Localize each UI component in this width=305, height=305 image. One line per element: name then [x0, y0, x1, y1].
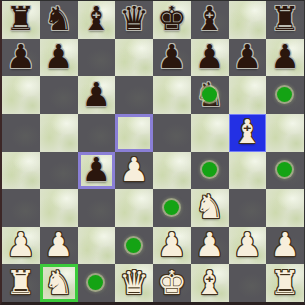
square-c2[interactable]: [78, 227, 116, 265]
square-f1[interactable]: ♝: [191, 264, 229, 302]
square-e3[interactable]: [153, 189, 191, 227]
white-queen[interactable]: ♛: [119, 266, 149, 299]
square-d3[interactable]: [115, 189, 153, 227]
legal-move-dot[interactable]: [126, 238, 141, 253]
square-b7[interactable]: ♟: [40, 39, 78, 77]
square-f4[interactable]: [191, 152, 229, 190]
square-b4[interactable]: [40, 152, 78, 190]
square-h6[interactable]: [266, 76, 304, 114]
white-bishop[interactable]: ♝: [233, 115, 263, 148]
legal-move-dot[interactable]: [277, 162, 292, 177]
square-d1[interactable]: ♛: [115, 264, 153, 302]
square-b8[interactable]: ♞: [40, 1, 78, 39]
square-f8[interactable]: ♝: [191, 1, 229, 39]
legal-move-dot[interactable]: [88, 275, 103, 290]
square-d8[interactable]: ♛: [115, 1, 153, 39]
white-pawn[interactable]: ♟: [157, 228, 187, 261]
black-rook[interactable]: ♜: [6, 2, 36, 35]
square-d4[interactable]: ♟: [115, 152, 153, 190]
square-a4[interactable]: [2, 152, 40, 190]
square-g4[interactable]: [229, 152, 267, 190]
legal-move-dot[interactable]: [277, 87, 292, 102]
square-c5[interactable]: [78, 114, 116, 152]
square-d2[interactable]: [115, 227, 153, 265]
square-e6[interactable]: [153, 76, 191, 114]
square-d5[interactable]: [115, 114, 153, 152]
square-g5[interactable]: ♝: [229, 114, 267, 152]
black-pawn[interactable]: ♟: [157, 40, 187, 73]
black-pawn[interactable]: ♟: [195, 40, 225, 73]
square-e2[interactable]: ♟: [153, 227, 191, 265]
black-king[interactable]: ♚: [157, 2, 187, 35]
black-pawn[interactable]: ♟: [82, 78, 112, 111]
black-bishop[interactable]: ♝: [195, 2, 225, 35]
black-knight[interactable]: ♞: [44, 2, 74, 35]
square-d7[interactable]: [115, 39, 153, 77]
black-pawn[interactable]: ♟: [270, 40, 300, 73]
white-rook[interactable]: ♜: [6, 266, 36, 299]
square-f5[interactable]: [191, 114, 229, 152]
square-f7[interactable]: ♟: [191, 39, 229, 77]
square-e5[interactable]: [153, 114, 191, 152]
square-h5[interactable]: [266, 114, 304, 152]
square-a3[interactable]: [2, 189, 40, 227]
white-rook[interactable]: ♜: [270, 266, 300, 299]
white-pawn[interactable]: ♟: [195, 228, 225, 261]
white-pawn[interactable]: ♟: [6, 228, 36, 261]
square-b1[interactable]: ♞: [40, 264, 78, 302]
square-h2[interactable]: ♟: [266, 227, 304, 265]
square-e7[interactable]: ♟: [153, 39, 191, 77]
square-e1[interactable]: ♚: [153, 264, 191, 302]
black-rook[interactable]: ♜: [270, 2, 300, 35]
legal-move-dot[interactable]: [202, 87, 217, 102]
legal-move-dot[interactable]: [202, 162, 217, 177]
square-e4[interactable]: [153, 152, 191, 190]
black-bishop[interactable]: ♝: [82, 2, 112, 35]
square-c1[interactable]: [78, 264, 116, 302]
square-f2[interactable]: ♟: [191, 227, 229, 265]
black-pawn[interactable]: ♟: [233, 40, 263, 73]
white-knight[interactable]: ♞: [195, 190, 225, 223]
chess-board-frame: ♜♞♝♛♚♝♜♟♟♟♟♟♟♟♞♝♟♟♞♟♟♟♟♟♟♜♞♛♚♝♜: [0, 0, 305, 305]
square-a5[interactable]: [2, 114, 40, 152]
black-pawn[interactable]: ♟: [44, 40, 74, 73]
black-pawn[interactable]: ♟: [6, 40, 36, 73]
white-knight[interactable]: ♞: [44, 266, 74, 299]
square-h7[interactable]: ♟: [266, 39, 304, 77]
square-h8[interactable]: ♜: [266, 1, 304, 39]
square-c8[interactable]: ♝: [78, 1, 116, 39]
square-f3[interactable]: ♞: [191, 189, 229, 227]
white-pawn[interactable]: ♟: [270, 228, 300, 261]
square-a7[interactable]: ♟: [2, 39, 40, 77]
square-g2[interactable]: ♟: [229, 227, 267, 265]
square-h3[interactable]: [266, 189, 304, 227]
square-a1[interactable]: ♜: [2, 264, 40, 302]
black-pawn[interactable]: ♟: [82, 153, 112, 186]
white-pawn[interactable]: ♟: [233, 228, 263, 261]
square-c6[interactable]: ♟: [78, 76, 116, 114]
square-d6[interactable]: [115, 76, 153, 114]
square-e8[interactable]: ♚: [153, 1, 191, 39]
square-a6[interactable]: [2, 76, 40, 114]
square-b5[interactable]: [40, 114, 78, 152]
legal-move-dot[interactable]: [164, 200, 179, 215]
square-a8[interactable]: ♜: [2, 1, 40, 39]
square-b3[interactable]: [40, 189, 78, 227]
black-queen[interactable]: ♛: [119, 2, 149, 35]
white-bishop[interactable]: ♝: [195, 266, 225, 299]
square-b2[interactable]: ♟: [40, 227, 78, 265]
square-f6[interactable]: ♞: [191, 76, 229, 114]
square-c4[interactable]: ♟: [78, 152, 116, 190]
white-pawn[interactable]: ♟: [119, 153, 149, 186]
square-g7[interactable]: ♟: [229, 39, 267, 77]
chess-board: ♜♞♝♛♚♝♜♟♟♟♟♟♟♟♞♝♟♟♞♟♟♟♟♟♟♜♞♛♚♝♜: [2, 1, 304, 302]
square-c3[interactable]: [78, 189, 116, 227]
square-g6[interactable]: [229, 76, 267, 114]
square-h1[interactable]: ♜: [266, 264, 304, 302]
square-h4[interactable]: [266, 152, 304, 190]
white-pawn[interactable]: ♟: [44, 228, 74, 261]
square-b6[interactable]: [40, 76, 78, 114]
square-g1[interactable]: [229, 264, 267, 302]
square-g8[interactable]: [229, 1, 267, 39]
square-c7[interactable]: [78, 39, 116, 77]
square-a2[interactable]: ♟: [2, 227, 40, 265]
white-king[interactable]: ♚: [157, 266, 187, 299]
square-g3[interactable]: [229, 189, 267, 227]
